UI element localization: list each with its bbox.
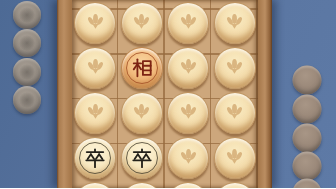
game-screen — [0, 0, 336, 188]
face-down-claw-emblem-icon — [178, 147, 199, 168]
piece-face-down-r4c0[interactable] — [74, 182, 116, 189]
faint-character-smudge — [19, 35, 35, 51]
piece-face-down-r4c2[interactable] — [167, 182, 209, 189]
face-down-claw-emblem-icon — [85, 102, 106, 123]
face-down-claw-emblem-icon — [224, 147, 245, 168]
tray-left-disc-1 — [13, 1, 41, 29]
piece-face-down-r3c2[interactable] — [167, 137, 209, 179]
face-down-claw-emblem-icon — [224, 12, 245, 33]
face-down-claw-emblem-icon — [178, 102, 199, 123]
tray-right-disc-4 — [293, 152, 322, 181]
faint-character-smudge — [19, 64, 35, 80]
face-down-claw-emblem-icon — [85, 12, 106, 33]
piece-face-down-r1c3[interactable] — [214, 47, 256, 89]
piece-face-down-r1c0[interactable] — [74, 47, 116, 89]
xiangqi-board[interactable] — [72, 0, 258, 188]
tray-right-disc-2 — [293, 95, 322, 124]
face-down-claw-emblem-icon — [131, 12, 152, 33]
faint-character-smudge — [19, 92, 35, 108]
piece-face-down-r4c3[interactable] — [214, 182, 256, 189]
tray-left-disc-3 — [13, 58, 41, 86]
tray-right-disc-1 — [293, 66, 322, 95]
tray-right-disc-3 — [293, 124, 322, 153]
face-down-claw-emblem-icon — [85, 57, 106, 78]
piece-face-down-r2c3[interactable] — [214, 92, 256, 134]
piece-face-down-r3c3[interactable] — [214, 137, 256, 179]
tray-right-disc-5 — [293, 179, 322, 189]
face-down-claw-emblem-icon — [178, 57, 199, 78]
tray-left-disc-2 — [13, 29, 41, 57]
faint-character-smudge — [19, 7, 35, 23]
piece-face-down-r0c1[interactable] — [121, 2, 163, 44]
piece-face-down-r1c2[interactable] — [167, 47, 209, 89]
xiangqi-board-frame — [57, 0, 272, 188]
piece-character-glyph-icon — [131, 147, 153, 169]
piece-character-glyph-icon — [131, 57, 153, 79]
piece-red-xiang-r1c1[interactable] — [121, 47, 163, 89]
piece-face-down-r2c0[interactable] — [74, 92, 116, 134]
piece-face-down-r4c1[interactable] — [121, 182, 163, 189]
face-down-claw-emblem-icon — [224, 102, 245, 123]
piece-face-down-r2c1[interactable] — [121, 92, 163, 134]
face-down-claw-emblem-icon — [224, 57, 245, 78]
piece-face-down-r0c3[interactable] — [214, 2, 256, 44]
piece-character-glyph-icon — [84, 147, 106, 169]
face-down-claw-emblem-icon — [178, 12, 199, 33]
face-down-claw-emblem-icon — [131, 102, 152, 123]
piece-face-down-r0c2[interactable] — [167, 2, 209, 44]
piece-face-down-r0c0[interactable] — [74, 2, 116, 44]
piece-black-zu-r3c1[interactable] — [121, 137, 163, 179]
tray-left-disc-4 — [13, 86, 41, 114]
piece-black-zu-r3c0[interactable] — [74, 137, 116, 179]
piece-face-down-r2c2[interactable] — [167, 92, 209, 134]
